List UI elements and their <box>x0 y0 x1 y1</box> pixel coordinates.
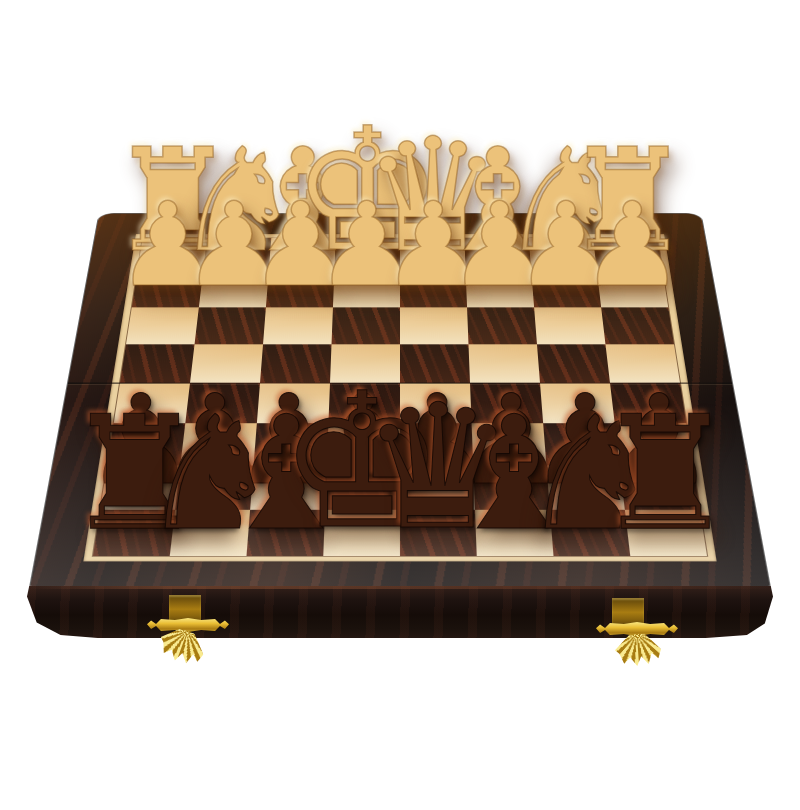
square-a7 <box>620 466 700 510</box>
square-f6 <box>254 423 329 465</box>
square-e2 <box>333 272 400 307</box>
square-d4 <box>400 344 470 383</box>
square-c4 <box>468 344 540 383</box>
clasp-tab-icon <box>612 598 644 624</box>
square-c2 <box>466 272 534 307</box>
chess-set-photo: ♜♞♝♚♛♝♞♜♟♟♟♟♟♟♟♟♟♟♟♟♟♟♟♟♜♞♝♚♛♝♞♜ <box>0 0 800 810</box>
maple-border <box>83 234 716 561</box>
square-c8 <box>475 510 554 556</box>
hinge-seam <box>68 382 732 384</box>
square-e6 <box>327 423 400 465</box>
square-c7 <box>473 466 550 510</box>
chess-board <box>29 214 770 592</box>
square-b2 <box>531 272 601 307</box>
square-g6 <box>180 423 257 465</box>
square-b5 <box>540 383 615 423</box>
square-h2 <box>132 272 203 307</box>
square-f4 <box>260 344 332 383</box>
clasp-plate-icon <box>147 618 229 632</box>
square-d7 <box>400 466 475 510</box>
square-g1 <box>203 238 271 272</box>
square-e4 <box>330 344 400 383</box>
square-d1 <box>400 238 466 272</box>
square-e8 <box>323 510 400 556</box>
square-f8 <box>246 510 325 556</box>
square-f2 <box>266 272 334 307</box>
square-d8 <box>400 510 477 556</box>
square-h4 <box>120 344 195 383</box>
square-f7 <box>250 466 327 510</box>
square-h3 <box>126 307 199 344</box>
square-c3 <box>467 307 537 344</box>
board-grid <box>93 238 707 556</box>
square-b8 <box>550 510 630 556</box>
square-a3 <box>601 307 674 344</box>
square-a2 <box>597 272 668 307</box>
square-b3 <box>534 307 605 344</box>
square-b6 <box>543 423 620 465</box>
square-g4 <box>190 344 263 383</box>
square-b4 <box>537 344 610 383</box>
square-g5 <box>185 383 260 423</box>
clasp-tab-icon <box>169 595 201 621</box>
square-e7 <box>325 466 400 510</box>
clasp-fan-icon <box>614 632 662 667</box>
brass-clasp-right <box>596 598 678 660</box>
square-d2 <box>400 272 467 307</box>
square-b1 <box>529 238 597 272</box>
square-h1 <box>137 238 207 272</box>
square-a8 <box>625 510 707 556</box>
square-h8 <box>93 510 175 556</box>
square-g7 <box>175 466 253 510</box>
square-e5 <box>328 383 400 423</box>
square-f5 <box>257 383 330 423</box>
square-d6 <box>400 423 473 465</box>
square-a4 <box>605 344 680 383</box>
square-b7 <box>546 466 624 510</box>
square-g3 <box>195 307 266 344</box>
square-e1 <box>334 238 400 272</box>
square-h5 <box>114 383 190 423</box>
square-g2 <box>199 272 269 307</box>
square-a6 <box>615 423 693 465</box>
square-d3 <box>400 307 468 344</box>
brass-clasp-left <box>147 595 229 657</box>
square-f3 <box>263 307 333 344</box>
square-c1 <box>464 238 531 272</box>
square-a1 <box>593 238 663 272</box>
square-h7 <box>100 466 180 510</box>
square-d5 <box>400 383 472 423</box>
clasp-plate-icon <box>596 622 678 636</box>
square-h6 <box>107 423 185 465</box>
square-c5 <box>470 383 543 423</box>
square-f1 <box>269 238 336 272</box>
square-g8 <box>170 510 250 556</box>
square-c6 <box>472 423 547 465</box>
square-e3 <box>332 307 400 344</box>
square-a5 <box>610 383 686 423</box>
